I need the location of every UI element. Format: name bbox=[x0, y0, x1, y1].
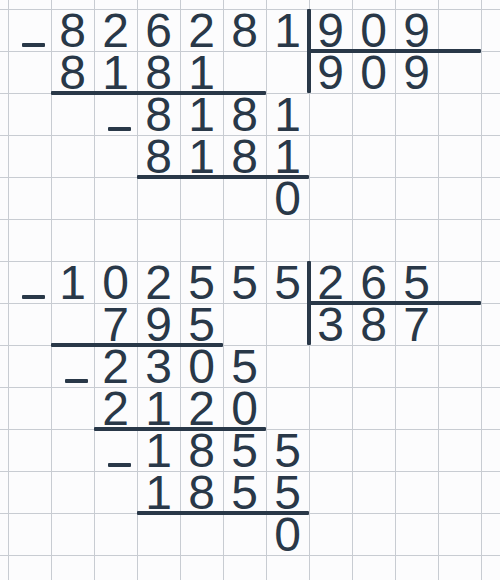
grid-digit-r6c7: 2 bbox=[309, 261, 352, 303]
grid-digit-r9c5: 0 bbox=[223, 387, 266, 429]
grid-digit-r1c9: 9 bbox=[395, 51, 438, 93]
grid-digit-r1c1: 8 bbox=[51, 51, 94, 93]
grid-digit-r8c5: 5 bbox=[223, 345, 266, 387]
grid-digit-r4c6: 0 bbox=[266, 177, 309, 219]
grid-digit-r11c6: 5 bbox=[266, 471, 309, 513]
grid-digit-r2c3: 8 bbox=[137, 93, 180, 135]
grid-digit-r8c3: 3 bbox=[137, 345, 180, 387]
grid-digit-r7c7: 3 bbox=[309, 303, 352, 345]
grid-digit-r3c6: 1 bbox=[266, 135, 309, 177]
subtraction-line-6 bbox=[94, 427, 266, 431]
grid-digit-r6c8: 6 bbox=[352, 261, 395, 303]
grid-digit-r1c3: 8 bbox=[137, 51, 180, 93]
grid-digit-r6c2: 0 bbox=[94, 261, 137, 303]
grid-digit-r11c4: 8 bbox=[180, 471, 223, 513]
grid-digit-r0c8: 0 bbox=[352, 9, 395, 51]
subtraction-line-7 bbox=[137, 511, 309, 515]
minus-sign-3 bbox=[22, 295, 45, 299]
grid-digit-r10c4: 8 bbox=[180, 429, 223, 471]
grid-digit-r10c3: 1 bbox=[137, 429, 180, 471]
subtraction-line-5 bbox=[51, 343, 223, 347]
grid-digit-r0c7: 9 bbox=[309, 9, 352, 51]
grid-digit-r6c9: 5 bbox=[395, 261, 438, 303]
subtraction-line-4 bbox=[309, 301, 481, 305]
grid-digit-r6c1: 1 bbox=[51, 261, 94, 303]
grid-digit-r7c3: 9 bbox=[137, 303, 180, 345]
grid-digit-r0c3: 6 bbox=[137, 9, 180, 51]
grid-digit-r0c4: 2 bbox=[180, 9, 223, 51]
grid-digit-r10c5: 5 bbox=[223, 429, 266, 471]
grid-digit-r3c4: 1 bbox=[180, 135, 223, 177]
division-bracket-bar-2 bbox=[307, 261, 311, 345]
grid-digit-r0c6: 1 bbox=[266, 9, 309, 51]
worksheet-page: 8262819098181909818181810102555265795387… bbox=[0, 0, 500, 580]
grid-digit-r6c6: 5 bbox=[266, 261, 309, 303]
grid-digit-r11c3: 1 bbox=[137, 471, 180, 513]
long-division-board: 8262819098181909818181810102555265795387… bbox=[0, 0, 500, 580]
grid-digit-r2c5: 8 bbox=[223, 93, 266, 135]
grid-digit-r1c8: 0 bbox=[352, 51, 395, 93]
grid-digit-r9c2: 2 bbox=[94, 387, 137, 429]
grid-digit-r6c3: 2 bbox=[137, 261, 180, 303]
grid-digit-r0c5: 8 bbox=[223, 9, 266, 51]
division-bracket-bar-1 bbox=[307, 9, 311, 93]
grid-digit-r7c9: 7 bbox=[395, 303, 438, 345]
grid-digit-r3c5: 8 bbox=[223, 135, 266, 177]
minus-sign-4 bbox=[65, 379, 88, 383]
minus-sign-1 bbox=[22, 43, 45, 47]
grid-digit-r7c2: 7 bbox=[94, 303, 137, 345]
grid-digit-r1c4: 1 bbox=[180, 51, 223, 93]
grid-digit-r1c2: 1 bbox=[94, 51, 137, 93]
grid-digit-r8c2: 2 bbox=[94, 345, 137, 387]
grid-digit-r12c6: 0 bbox=[266, 513, 309, 555]
grid-digit-r3c3: 8 bbox=[137, 135, 180, 177]
grid-digit-r8c4: 0 bbox=[180, 345, 223, 387]
grid-digit-r11c5: 5 bbox=[223, 471, 266, 513]
subtraction-line-3 bbox=[137, 175, 309, 179]
grid-digit-r0c2: 2 bbox=[94, 9, 137, 51]
grid-digit-r2c6: 1 bbox=[266, 93, 309, 135]
minus-sign-2 bbox=[108, 127, 131, 131]
grid-digit-r7c4: 5 bbox=[180, 303, 223, 345]
subtraction-line-2 bbox=[51, 91, 266, 95]
minus-sign-5 bbox=[108, 463, 131, 467]
grid-digit-r1c7: 9 bbox=[309, 51, 352, 93]
grid-digit-r9c3: 1 bbox=[137, 387, 180, 429]
subtraction-line-1 bbox=[309, 49, 481, 53]
grid-digit-r9c4: 2 bbox=[180, 387, 223, 429]
grid-digit-r6c5: 5 bbox=[223, 261, 266, 303]
grid-digit-r2c4: 1 bbox=[180, 93, 223, 135]
grid-digit-r7c8: 8 bbox=[352, 303, 395, 345]
grid-digit-r6c4: 5 bbox=[180, 261, 223, 303]
grid-digit-r10c6: 5 bbox=[266, 429, 309, 471]
grid-digit-r0c1: 8 bbox=[51, 9, 94, 51]
grid-digit-r0c9: 9 bbox=[395, 9, 438, 51]
